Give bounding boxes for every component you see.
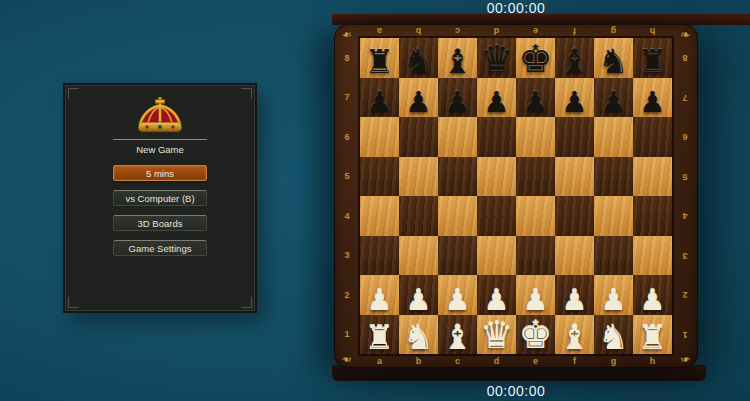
app: { "game": "chess", "position": { "fen": … [0, 0, 750, 401]
square-h6[interactable] [633, 117, 672, 157]
square-b4[interactable] [399, 196, 438, 236]
clock-bottom: 00:00:00 [334, 383, 698, 399]
square-e5[interactable] [516, 157, 555, 197]
rank-label-8: 8 [672, 38, 698, 78]
square-h4[interactable] [633, 196, 672, 236]
square-a5[interactable] [360, 157, 399, 197]
rank-label-5: 5 [334, 157, 360, 197]
square-h3[interactable] [633, 236, 672, 276]
corner-flourish-icon: ❧ [341, 353, 352, 366]
square-e3[interactable] [516, 236, 555, 276]
square-c1[interactable]: ♝ [438, 315, 477, 355]
piece-white-pawn-b2[interactable]: ♟ [406, 286, 432, 315]
square-e7[interactable]: ♟ [516, 78, 555, 118]
square-b5[interactable] [399, 157, 438, 197]
square-a3[interactable] [360, 236, 399, 276]
square-h5[interactable] [633, 157, 672, 197]
corner-flourish-icon: ❧ [341, 28, 352, 41]
piece-black-rook-a8[interactable]: ♜ [365, 45, 395, 78]
file-label-f: f [555, 24, 594, 38]
corner-flourish-icon: ❧ [680, 353, 691, 366]
menu-button-5-mins[interactable]: 5 mins [113, 165, 207, 181]
rank-label-8: 8 [334, 38, 360, 78]
piece-black-rook-h8[interactable]: ♜ [638, 45, 668, 78]
piece-white-pawn-f2[interactable]: ♟ [562, 286, 588, 315]
rank-label-2: 2 [334, 275, 360, 315]
square-c5[interactable] [438, 157, 477, 197]
square-c4[interactable] [438, 196, 477, 236]
file-label-b: b [399, 24, 438, 38]
square-a2[interactable]: ♟ [360, 275, 399, 315]
square-a7[interactable]: ♟ [360, 78, 399, 118]
square-c8[interactable]: ♝ [438, 38, 477, 78]
square-a6[interactable] [360, 117, 399, 157]
file-labels-top: abcdefgh [360, 24, 672, 38]
square-e1[interactable]: ♚ [516, 315, 555, 355]
file-label-e: e [516, 24, 555, 38]
square-h8[interactable]: ♜ [633, 38, 672, 78]
square-c6[interactable] [438, 117, 477, 157]
square-d1[interactable]: ♛ [477, 315, 516, 355]
square-g5[interactable] [594, 157, 633, 197]
square-g2[interactable]: ♟ [594, 275, 633, 315]
square-c7[interactable]: ♟ [438, 78, 477, 118]
rank-label-2: 2 [672, 275, 698, 315]
square-f6[interactable] [555, 117, 594, 157]
piece-white-pawn-c2[interactable]: ♟ [445, 286, 471, 315]
file-label-c: c [438, 24, 477, 38]
square-f3[interactable] [555, 236, 594, 276]
piece-black-bishop-f8[interactable]: ♝ [559, 44, 589, 78]
square-g7[interactable]: ♟ [594, 78, 633, 118]
menu-button-game-settings[interactable]: Game Settings [113, 240, 207, 256]
square-b1[interactable]: ♞ [399, 315, 438, 355]
square-f5[interactable] [555, 157, 594, 197]
board-grid: ♜♞♝♛♚♝♞♜♟♟♟♟♟♟♟♟♟♟♟♟♟♟♟♟♜♞♝♛♚♝♞♜ [360, 38, 672, 354]
square-c2[interactable]: ♟ [438, 275, 477, 315]
panel-corner-ornament [241, 297, 252, 308]
piece-white-rook-h1[interactable]: ♜ [638, 321, 668, 354]
piece-white-pawn-g2[interactable]: ♟ [601, 286, 627, 315]
piece-white-queen-d1[interactable]: ♛ [480, 317, 513, 354]
piece-black-bishop-c8[interactable]: ♝ [442, 44, 472, 78]
piece-black-queen-d8[interactable]: ♛ [480, 41, 513, 78]
square-f1[interactable]: ♝ [555, 315, 594, 355]
square-g8[interactable]: ♞ [594, 38, 633, 78]
square-g3[interactable] [594, 236, 633, 276]
square-c3[interactable] [438, 236, 477, 276]
square-d6[interactable] [477, 117, 516, 157]
piece-white-pawn-e2[interactable]: ♟ [523, 286, 549, 315]
piece-white-pawn-h2[interactable]: ♟ [640, 286, 666, 315]
rank-label-7: 7 [334, 78, 360, 118]
piece-black-pawn-a7[interactable]: ♟ [367, 88, 393, 117]
square-e8[interactable]: ♚ [516, 38, 555, 78]
square-d7[interactable]: ♟ [477, 78, 516, 118]
rank-label-6: 6 [672, 117, 698, 157]
rank-label-1: 1 [334, 315, 360, 355]
rank-labels-left: 87654321 [334, 38, 360, 354]
chess-board: ❧ ❧ ❧ ❧ abcdefgh abcdefgh 87654321 87654… [334, 24, 698, 368]
square-b2[interactable]: ♟ [399, 275, 438, 315]
square-b7[interactable]: ♟ [399, 78, 438, 118]
menu-button-3d-boards[interactable]: 3D Boards [113, 215, 207, 231]
panel-corner-ornament [68, 88, 79, 99]
rank-labels-right: 87654321 [672, 38, 698, 354]
piece-black-pawn-h7[interactable]: ♟ [640, 88, 666, 117]
rank-label-7: 7 [672, 78, 698, 118]
square-b3[interactable] [399, 236, 438, 276]
corner-flourish-icon: ❧ [680, 28, 691, 41]
piece-black-pawn-g7[interactable]: ♟ [601, 88, 627, 117]
square-e6[interactable] [516, 117, 555, 157]
piece-white-rook-a1[interactable]: ♜ [365, 321, 395, 354]
file-label-h: h [633, 24, 672, 38]
rank-label-4: 4 [672, 196, 698, 236]
square-h2[interactable]: ♟ [633, 275, 672, 315]
square-a4[interactable] [360, 196, 399, 236]
piece-black-pawn-e7[interactable]: ♟ [523, 88, 549, 117]
piece-black-pawn-d7[interactable]: ♟ [484, 88, 510, 117]
square-g1[interactable]: ♞ [594, 315, 633, 355]
square-f4[interactable] [555, 196, 594, 236]
file-label-d: d [477, 24, 516, 38]
square-d8[interactable]: ♛ [477, 38, 516, 78]
rank-label-5: 5 [672, 157, 698, 197]
piece-white-knight-b1[interactable]: ♞ [403, 320, 433, 354]
piece-black-king-e8[interactable]: ♚ [518, 40, 552, 78]
square-f7[interactable]: ♟ [555, 78, 594, 118]
menu: New Game5 minsvs Computer (B)3D BoardsGa… [65, 139, 255, 256]
piece-white-bishop-c1[interactable]: ♝ [442, 320, 472, 354]
piece-white-bishop-f1[interactable]: ♝ [559, 320, 589, 354]
rank-label-4: 4 [334, 196, 360, 236]
square-d5[interactable] [477, 157, 516, 197]
menu-button-new-game[interactable]: New Game [113, 139, 207, 156]
square-d4[interactable] [477, 196, 516, 236]
panel-corner-ornament [68, 297, 79, 308]
square-e4[interactable] [516, 196, 555, 236]
piece-white-pawn-d2[interactable]: ♟ [484, 286, 510, 315]
piece-black-knight-b8[interactable]: ♞ [403, 44, 433, 78]
crown-logo-icon [134, 97, 186, 141]
panel-corner-ornament [241, 88, 252, 99]
rank-label-1: 1 [672, 315, 698, 355]
piece-black-pawn-b7[interactable]: ♟ [406, 88, 432, 117]
square-a8[interactable]: ♜ [360, 38, 399, 78]
square-d2[interactable]: ♟ [477, 275, 516, 315]
square-g6[interactable] [594, 117, 633, 157]
square-h7[interactable]: ♟ [633, 78, 672, 118]
piece-white-king-e1[interactable]: ♚ [518, 316, 552, 354]
rank-label-3: 3 [334, 236, 360, 276]
square-d3[interactable] [477, 236, 516, 276]
piece-black-pawn-f7[interactable]: ♟ [562, 88, 588, 117]
piece-white-knight-g1[interactable]: ♞ [598, 320, 628, 354]
piece-white-pawn-a2[interactable]: ♟ [367, 286, 393, 315]
square-g4[interactable] [594, 196, 633, 236]
square-e2[interactable]: ♟ [516, 275, 555, 315]
file-label-g: g [594, 24, 633, 38]
square-b6[interactable] [399, 117, 438, 157]
square-f8[interactable]: ♝ [555, 38, 594, 78]
square-a1[interactable]: ♜ [360, 315, 399, 355]
rank-label-3: 3 [672, 236, 698, 276]
piece-black-pawn-c7[interactable]: ♟ [445, 88, 471, 117]
rank-label-6: 6 [334, 117, 360, 157]
menu-button-vs-computer-b[interactable]: vs Computer (B) [113, 190, 207, 206]
menu-panel: New Game5 minsvs Computer (B)3D BoardsGa… [63, 83, 257, 313]
piece-black-knight-g8[interactable]: ♞ [598, 44, 628, 78]
square-b8[interactable]: ♞ [399, 38, 438, 78]
square-f2[interactable]: ♟ [555, 275, 594, 315]
file-label-a: a [360, 24, 399, 38]
clock-top: 00:00:00 [334, 0, 698, 16]
square-h1[interactable]: ♜ [633, 315, 672, 355]
